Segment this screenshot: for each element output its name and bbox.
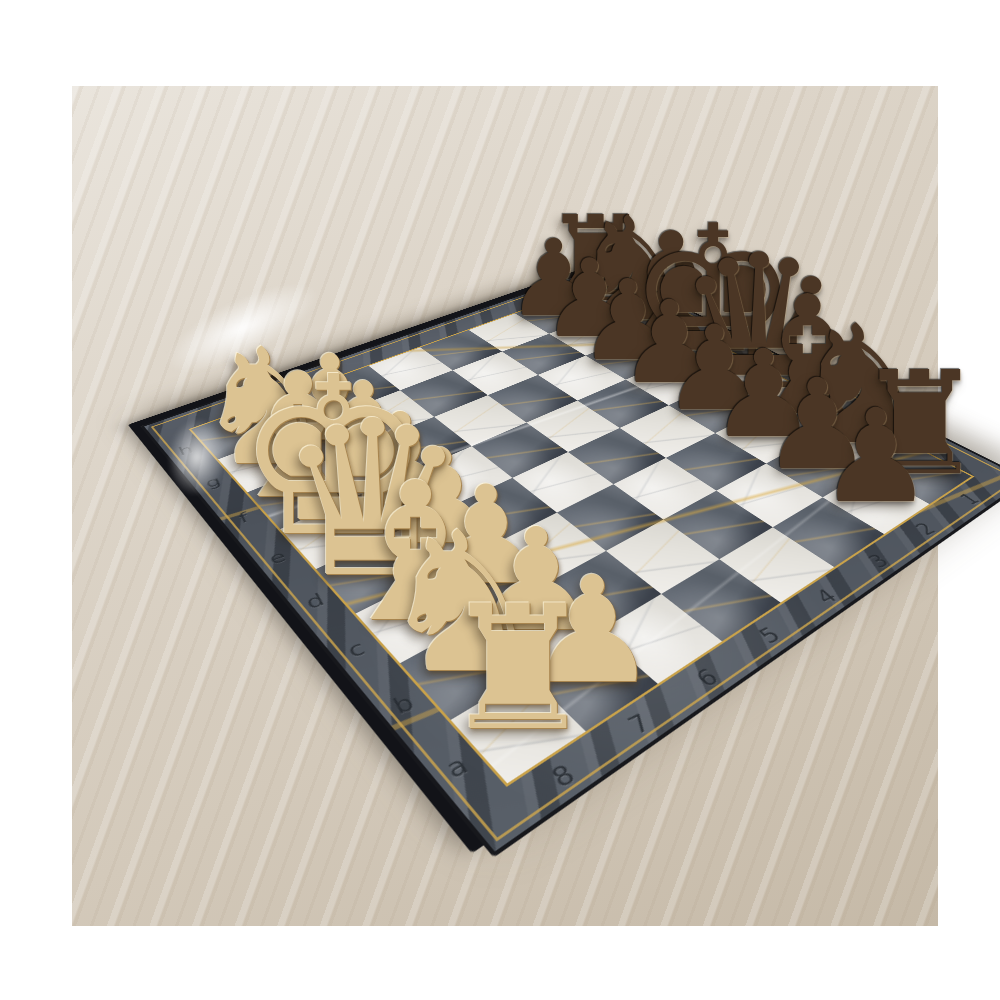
screenshot-root: abcdefgh 87654321 ♜♞♝♛♚♝♞♟♟♟♟♟♟♟♟♟♟♟♟♟♟♟… <box>0 0 1000 1000</box>
